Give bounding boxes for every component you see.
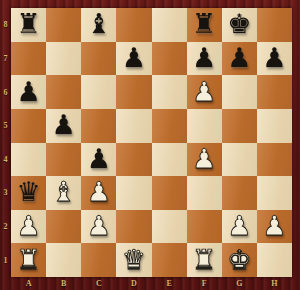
- file-label-e: E: [152, 277, 187, 290]
- black-pawn-h7[interactable]: ♟: [262, 44, 286, 73]
- square-a5[interactable]: [11, 109, 46, 143]
- white-pawn-c2[interactable]: ♟: [87, 212, 111, 241]
- square-a7[interactable]: [11, 42, 46, 76]
- square-g2[interactable]: ♟: [222, 210, 257, 244]
- square-h6[interactable]: [257, 75, 292, 109]
- square-h8[interactable]: [257, 8, 292, 42]
- black-bishop-c8[interactable]: ♝: [87, 10, 111, 39]
- square-e5[interactable]: [152, 109, 187, 143]
- square-g6[interactable]: [222, 75, 257, 109]
- square-a3[interactable]: ♛: [11, 176, 46, 210]
- file-label-f: F: [187, 277, 222, 290]
- chess-app: 87654321 ♜♝♜♚♟♟♟♟♟♟♟♟♟♛♝♟♟♟♟♟♜♛♜♚ ABCDEF…: [0, 0, 300, 290]
- square-e6[interactable]: [152, 75, 187, 109]
- chess-board: ♜♝♜♚♟♟♟♟♟♟♟♟♟♛♝♟♟♟♟♟♜♛♜♚: [11, 8, 292, 277]
- rank-label-8: 8: [0, 8, 11, 42]
- square-g1[interactable]: ♚: [222, 243, 257, 277]
- file-label-g: G: [222, 277, 257, 290]
- square-f2[interactable]: [187, 210, 222, 244]
- square-a6[interactable]: ♟: [11, 75, 46, 109]
- black-pawn-d7[interactable]: ♟: [122, 44, 146, 73]
- square-g5[interactable]: [222, 109, 257, 143]
- file-label-b: B: [46, 277, 81, 290]
- square-g7[interactable]: ♟: [222, 42, 257, 76]
- square-b6[interactable]: [46, 75, 81, 109]
- rank-label-4: 4: [0, 143, 11, 177]
- square-f1[interactable]: ♜: [187, 243, 222, 277]
- rank-label-7: 7: [0, 42, 11, 76]
- rank-label-3: 3: [0, 176, 11, 210]
- square-f3[interactable]: [187, 176, 222, 210]
- black-queen-a3[interactable]: ♛: [16, 178, 40, 207]
- square-c8[interactable]: ♝: [81, 8, 116, 42]
- rank-label-5: 5: [0, 109, 11, 143]
- square-d4[interactable]: [116, 143, 151, 177]
- file-label-h: H: [257, 277, 292, 290]
- square-b1[interactable]: [46, 243, 81, 277]
- white-king-g1[interactable]: ♚: [227, 246, 251, 275]
- square-h7[interactable]: ♟: [257, 42, 292, 76]
- square-a2[interactable]: ♟: [11, 210, 46, 244]
- white-pawn-g2[interactable]: ♟: [227, 212, 251, 241]
- square-h1[interactable]: [257, 243, 292, 277]
- square-c2[interactable]: ♟: [81, 210, 116, 244]
- rank-labels: 87654321: [0, 8, 11, 277]
- file-label-a: A: [11, 277, 46, 290]
- rank-label-6: 6: [0, 75, 11, 109]
- black-rook-a8[interactable]: ♜: [16, 10, 40, 39]
- white-bishop-b3[interactable]: ♝: [52, 178, 76, 207]
- square-b2[interactable]: [46, 210, 81, 244]
- black-pawn-b5[interactable]: ♟: [52, 111, 76, 140]
- square-d8[interactable]: [116, 8, 151, 42]
- square-b3[interactable]: ♝: [46, 176, 81, 210]
- square-b7[interactable]: [46, 42, 81, 76]
- square-g3[interactable]: [222, 176, 257, 210]
- square-f4[interactable]: ♟: [187, 143, 222, 177]
- white-rook-f1[interactable]: ♜: [192, 246, 216, 275]
- square-d6[interactable]: [116, 75, 151, 109]
- black-king-g8[interactable]: ♚: [227, 10, 251, 39]
- black-pawn-a6[interactable]: ♟: [16, 78, 40, 107]
- square-d2[interactable]: [116, 210, 151, 244]
- square-d3[interactable]: [116, 176, 151, 210]
- file-label-c: C: [81, 277, 116, 290]
- square-f5[interactable]: [187, 109, 222, 143]
- square-e2[interactable]: [152, 210, 187, 244]
- square-b8[interactable]: [46, 8, 81, 42]
- square-c1[interactable]: [81, 243, 116, 277]
- square-d1[interactable]: ♛: [116, 243, 151, 277]
- white-pawn-c3[interactable]: ♟: [87, 178, 111, 207]
- square-c5[interactable]: [81, 109, 116, 143]
- white-rook-a1[interactable]: ♜: [16, 246, 40, 275]
- square-g4[interactable]: [222, 143, 257, 177]
- square-f8[interactable]: ♜: [187, 8, 222, 42]
- square-c6[interactable]: [81, 75, 116, 109]
- square-e3[interactable]: [152, 176, 187, 210]
- white-pawn-f4[interactable]: ♟: [192, 145, 216, 174]
- square-h3[interactable]: [257, 176, 292, 210]
- square-f6[interactable]: ♟: [187, 75, 222, 109]
- square-h4[interactable]: [257, 143, 292, 177]
- square-a8[interactable]: ♜: [11, 8, 46, 42]
- square-h5[interactable]: [257, 109, 292, 143]
- rank-label-1: 1: [0, 243, 11, 277]
- white-pawn-f6[interactable]: ♟: [192, 78, 216, 107]
- white-pawn-h2[interactable]: ♟: [262, 212, 286, 241]
- square-a1[interactable]: ♜: [11, 243, 46, 277]
- square-g8[interactable]: ♚: [222, 8, 257, 42]
- square-d5[interactable]: [116, 109, 151, 143]
- square-e4[interactable]: [152, 143, 187, 177]
- square-b4[interactable]: [46, 143, 81, 177]
- file-label-d: D: [116, 277, 151, 290]
- white-queen-d1[interactable]: ♛: [122, 246, 146, 275]
- square-e1[interactable]: [152, 243, 187, 277]
- white-pawn-a2[interactable]: ♟: [16, 212, 40, 241]
- square-h2[interactable]: ♟: [257, 210, 292, 244]
- square-e8[interactable]: [152, 8, 187, 42]
- square-d7[interactable]: ♟: [116, 42, 151, 76]
- square-c7[interactable]: [81, 42, 116, 76]
- square-b5[interactable]: ♟: [46, 109, 81, 143]
- square-f7[interactable]: ♟: [187, 42, 222, 76]
- black-pawn-c4[interactable]: ♟: [87, 145, 111, 174]
- square-a4[interactable]: [11, 143, 46, 177]
- black-rook-f8[interactable]: ♜: [192, 10, 216, 39]
- square-c4[interactable]: ♟: [81, 143, 116, 177]
- black-pawn-g7[interactable]: ♟: [227, 44, 251, 73]
- square-e7[interactable]: [152, 42, 187, 76]
- rank-label-2: 2: [0, 210, 11, 244]
- square-c3[interactable]: ♟: [81, 176, 116, 210]
- file-labels: ABCDEFGH: [11, 277, 292, 290]
- black-pawn-f7[interactable]: ♟: [192, 44, 216, 73]
